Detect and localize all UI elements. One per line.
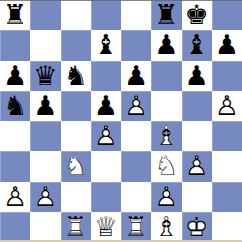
square-b7[interactable] <box>30 30 60 60</box>
black-piece-fill: ♟ <box>151 30 181 60</box>
black-piece-fill: ♟ <box>182 61 212 91</box>
square-g6[interactable]: ♟ <box>182 61 212 91</box>
square-a2[interactable]: ♟♙ <box>0 182 30 212</box>
white-piece-outline: ♙ <box>212 91 242 121</box>
black-piece-fill: ♛ <box>30 61 60 91</box>
piece-white-pawn[interactable]: ♟♙ <box>182 151 212 181</box>
white-piece-outline: ♘ <box>61 151 91 181</box>
piece-white-rook[interactable]: ♜♖ <box>121 212 151 242</box>
piece-white-pawn[interactable]: ♟♙ <box>151 182 181 212</box>
square-a1[interactable] <box>0 212 30 242</box>
square-c6[interactable]: ♞ <box>61 61 91 91</box>
square-g2[interactable] <box>182 182 212 212</box>
square-e7[interactable] <box>121 30 151 60</box>
square-b5[interactable]: ♟ <box>30 91 60 121</box>
piece-white-knight[interactable]: ♞♘ <box>151 151 181 181</box>
square-f2[interactable]: ♟♙ <box>151 182 181 212</box>
square-b2[interactable]: ♟♙ <box>30 182 60 212</box>
black-piece-fill: ♟ <box>0 61 30 91</box>
piece-white-king[interactable]: ♚♔ <box>182 212 212 242</box>
square-b6[interactable]: ♛ <box>30 61 60 91</box>
piece-white-pawn[interactable]: ♟♙ <box>30 182 60 212</box>
black-piece-fill: ♟ <box>212 30 242 60</box>
square-f3[interactable]: ♞♘ <box>151 151 181 181</box>
square-f6[interactable] <box>151 61 181 91</box>
chess-board: ♜♜♚♝♟♝♟♟♛♞♟♟♞♟♟♟♙♟♙♟♙♝♗♞♘♞♘♟♙♟♙♟♙♟♙♜♖♛♕♜… <box>0 0 242 242</box>
square-f4[interactable]: ♝♗ <box>151 121 181 151</box>
square-a3[interactable] <box>0 151 30 181</box>
piece-black-knight[interactable]: ♞ <box>61 61 91 91</box>
square-a5[interactable]: ♞ <box>0 91 30 121</box>
piece-black-pawn[interactable]: ♟ <box>91 91 121 121</box>
white-piece-outline: ♙ <box>0 182 30 212</box>
black-piece-fill: ♝ <box>91 30 121 60</box>
square-e3[interactable] <box>121 151 151 181</box>
square-f1[interactable]: ♝♗ <box>151 212 181 242</box>
square-d1[interactable]: ♛♕ <box>91 212 121 242</box>
square-f5[interactable] <box>151 91 181 121</box>
white-piece-outline: ♙ <box>91 121 121 151</box>
piece-black-bishop[interactable]: ♝ <box>182 30 212 60</box>
piece-white-bishop[interactable]: ♝♗ <box>151 212 181 242</box>
square-b1[interactable] <box>30 212 60 242</box>
piece-black-knight[interactable]: ♞ <box>0 91 30 121</box>
square-e1[interactable]: ♜♖ <box>121 212 151 242</box>
square-h3[interactable] <box>212 151 242 181</box>
square-a8[interactable]: ♜ <box>0 0 30 30</box>
square-g1[interactable]: ♚♔ <box>182 212 212 242</box>
square-e6[interactable]: ♟ <box>121 61 151 91</box>
piece-white-rook[interactable]: ♜♖ <box>61 212 91 242</box>
white-piece-outline: ♙ <box>151 182 181 212</box>
square-g5[interactable] <box>182 91 212 121</box>
square-g8[interactable]: ♚ <box>182 0 212 30</box>
square-d5[interactable]: ♟ <box>91 91 121 121</box>
square-h6[interactable] <box>212 61 242 91</box>
white-piece-outline: ♔ <box>182 212 212 242</box>
square-c1[interactable]: ♜♖ <box>61 212 91 242</box>
piece-black-pawn[interactable]: ♟ <box>151 30 181 60</box>
black-piece-fill: ♚ <box>182 0 212 30</box>
black-piece-fill: ♜ <box>0 0 30 30</box>
black-piece-fill: ♜ <box>151 0 181 30</box>
piece-white-queen[interactable]: ♛♕ <box>91 212 121 242</box>
black-piece-fill: ♟ <box>30 91 60 121</box>
piece-white-pawn[interactable]: ♟♙ <box>212 91 242 121</box>
piece-white-pawn[interactable]: ♟♙ <box>0 182 30 212</box>
white-piece-outline: ♙ <box>121 91 151 121</box>
square-c7[interactable] <box>61 30 91 60</box>
piece-black-pawn[interactable]: ♟ <box>121 61 151 91</box>
piece-black-pawn[interactable]: ♟ <box>30 91 60 121</box>
piece-black-bishop[interactable]: ♝ <box>91 30 121 60</box>
white-piece-outline: ♙ <box>30 182 60 212</box>
black-piece-fill: ♟ <box>91 91 121 121</box>
square-a6[interactable]: ♟ <box>0 61 30 91</box>
piece-black-rook[interactable]: ♜ <box>151 0 181 30</box>
square-e2[interactable] <box>121 182 151 212</box>
square-f8[interactable]: ♜ <box>151 0 181 30</box>
square-h7[interactable]: ♟ <box>212 30 242 60</box>
piece-white-bishop[interactable]: ♝♗ <box>151 121 181 151</box>
piece-white-knight[interactable]: ♞♘ <box>61 151 91 181</box>
square-c5[interactable] <box>61 91 91 121</box>
square-h5[interactable]: ♟♙ <box>212 91 242 121</box>
square-e4[interactable] <box>121 121 151 151</box>
square-b8[interactable] <box>30 0 60 30</box>
square-e5[interactable]: ♟♙ <box>121 91 151 121</box>
piece-black-pawn[interactable]: ♟ <box>212 30 242 60</box>
piece-black-queen[interactable]: ♛ <box>30 61 60 91</box>
white-piece-outline: ♗ <box>151 212 181 242</box>
square-a4[interactable] <box>0 121 30 151</box>
square-g7[interactable]: ♝ <box>182 30 212 60</box>
piece-white-pawn[interactable]: ♟♙ <box>121 91 151 121</box>
square-c2[interactable] <box>61 182 91 212</box>
square-c3[interactable]: ♞♘ <box>61 151 91 181</box>
white-piece-outline: ♗ <box>151 121 181 151</box>
black-piece-fill: ♞ <box>0 91 30 121</box>
square-h1[interactable] <box>212 212 242 242</box>
white-piece-outline: ♙ <box>182 151 212 181</box>
piece-white-pawn[interactable]: ♟♙ <box>91 121 121 151</box>
square-d4[interactable]: ♟♙ <box>91 121 121 151</box>
square-d2[interactable] <box>91 182 121 212</box>
square-f7[interactable]: ♟ <box>151 30 181 60</box>
white-piece-outline: ♘ <box>151 151 181 181</box>
square-d3[interactable] <box>91 151 121 181</box>
square-d7[interactable]: ♝ <box>91 30 121 60</box>
square-b3[interactable] <box>30 151 60 181</box>
square-a7[interactable] <box>0 30 30 60</box>
square-c8[interactable] <box>61 0 91 30</box>
square-d8[interactable] <box>91 0 121 30</box>
square-g3[interactable]: ♟♙ <box>182 151 212 181</box>
square-d6[interactable] <box>91 61 121 91</box>
white-piece-outline: ♖ <box>121 212 151 242</box>
square-c4[interactable] <box>61 121 91 151</box>
black-piece-fill: ♟ <box>121 61 151 91</box>
piece-black-king[interactable]: ♚ <box>182 0 212 30</box>
square-h8[interactable] <box>212 0 242 30</box>
piece-black-pawn[interactable]: ♟ <box>0 61 30 91</box>
black-piece-fill: ♞ <box>61 61 91 91</box>
black-piece-fill: ♝ <box>182 30 212 60</box>
piece-black-rook[interactable]: ♜ <box>0 0 30 30</box>
square-b4[interactable] <box>30 121 60 151</box>
square-e8[interactable] <box>121 0 151 30</box>
square-g4[interactable] <box>182 121 212 151</box>
square-h4[interactable] <box>212 121 242 151</box>
white-piece-outline: ♖ <box>61 212 91 242</box>
square-h2[interactable] <box>212 182 242 212</box>
white-piece-outline: ♕ <box>91 212 121 242</box>
piece-black-pawn[interactable]: ♟ <box>182 61 212 91</box>
